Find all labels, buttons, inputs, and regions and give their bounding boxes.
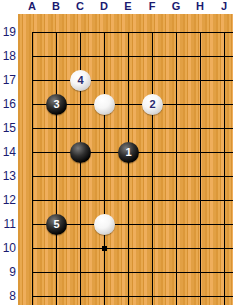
stone-black-B16[interactable]: 3 [46, 94, 67, 115]
stone-black-E14[interactable]: 1 [118, 142, 139, 163]
column-label-B: B [48, 0, 64, 13]
column-label-C: C [72, 0, 88, 13]
row-label-17: 17 [0, 73, 16, 87]
row-label-13: 13 [0, 169, 16, 183]
row-label-12: 12 [0, 193, 16, 207]
row-label-15: 15 [0, 121, 16, 135]
stone-white-F16[interactable]: 2 [142, 94, 163, 115]
column-label-J: J [216, 0, 232, 13]
board-grid[interactable] [32, 32, 233, 305]
row-label-18: 18 [0, 49, 16, 63]
column-label-H: H [192, 0, 208, 13]
column-label-A: A [24, 0, 40, 13]
row-label-16: 16 [0, 97, 16, 111]
column-label-F: F [144, 0, 160, 13]
column-label-E: E [120, 0, 136, 13]
stone-white-D16[interactable] [94, 94, 115, 115]
stone-white-D11[interactable] [94, 214, 115, 235]
column-label-D: D [96, 0, 112, 13]
stone-black-C14[interactable] [70, 142, 91, 163]
row-label-19: 19 [0, 25, 16, 39]
star-point-D10 [102, 246, 107, 251]
row-label-14: 14 [0, 145, 16, 159]
row-label-8: 8 [0, 289, 16, 303]
row-label-11: 11 [0, 217, 16, 231]
go-board-diagram: ABCDEFGHJ191817161514131211109831542 [0, 0, 233, 305]
row-label-10: 10 [0, 241, 16, 255]
row-label-9: 9 [0, 265, 16, 279]
stone-black-B11[interactable]: 5 [46, 214, 67, 235]
stone-white-C17[interactable]: 4 [70, 70, 91, 91]
column-label-G: G [168, 0, 184, 13]
